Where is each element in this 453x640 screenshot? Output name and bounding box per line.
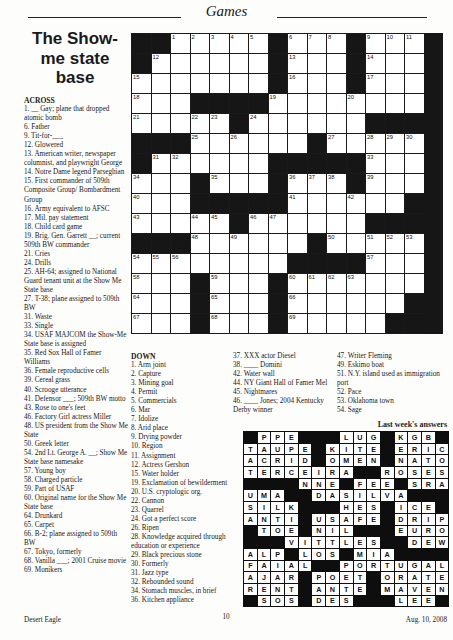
grid-cell-r13c2[interactable] <box>152 274 171 293</box>
grid-cell-r15c11[interactable] <box>327 314 346 333</box>
grid-cell-r7c7[interactable] <box>249 154 268 173</box>
grid-cell-r5c3[interactable] <box>171 114 190 133</box>
grid-black-cell <box>171 134 190 153</box>
grid-cell-r14c14[interactable] <box>386 294 405 313</box>
grid-black-cell <box>347 74 366 93</box>
grid-cell-r6c15[interactable]: 30 <box>405 134 424 153</box>
across-clue: 67. Tokyo, formerly <box>24 548 128 557</box>
grid-cell-r7c5[interactable] <box>210 154 229 173</box>
across-clue: 13. American writer, newspaper columnist… <box>24 150 128 168</box>
grid-cell-r5c11[interactable] <box>327 114 346 133</box>
answer-letter-cell: N <box>395 455 408 466</box>
grid-cell-r3c5[interactable] <box>210 74 229 93</box>
down-clue: 45. Nightmares <box>233 388 341 397</box>
grid-cell-r3c15[interactable] <box>405 74 424 93</box>
grid-cell-r10c5[interactable]: 45 <box>210 214 229 233</box>
grid-cell-r13c6[interactable] <box>230 274 249 293</box>
across-clue: 19. Brig. Gen. Garrett __; current 509th… <box>24 232 128 250</box>
across-clue: 65. Carpet <box>24 521 128 530</box>
grid-cell-r6c9[interactable] <box>288 134 307 153</box>
grid-cell-r13c1[interactable]: 58 <box>132 274 151 293</box>
grid-cell-r8c14[interactable] <box>386 174 405 193</box>
answer-black-cell <box>312 455 325 466</box>
grid-cell-r10c11[interactable] <box>327 214 346 233</box>
grid-cell-r15c12[interactable] <box>347 314 366 333</box>
answer-black-cell <box>340 479 353 490</box>
grid-cell-r14c9[interactable]: 66 <box>288 294 307 313</box>
grid-cell-r8c13[interactable]: 39 <box>366 174 385 193</box>
puzzle-title-line: me state <box>20 49 130 69</box>
answer-black-cell <box>312 561 325 572</box>
grid-cell-r14c6[interactable] <box>230 294 249 313</box>
grid-cell-r8c2[interactable] <box>152 174 171 193</box>
answer-letter-cell: I <box>312 467 325 478</box>
grid-cell-r2c13[interactable]: 14 <box>366 54 385 73</box>
grid-cell-r15c10[interactable] <box>308 314 327 333</box>
answer-letter-cell: M <box>381 584 394 595</box>
grid-cell-r6c5[interactable] <box>210 134 229 153</box>
answer-letter-cell: A <box>395 490 408 501</box>
grid-cell-r14c13[interactable] <box>366 294 385 313</box>
grid-cell-r4c9[interactable] <box>288 94 307 113</box>
answer-black-cell <box>367 526 380 537</box>
answer-black-cell <box>436 490 449 501</box>
grid-cell-r2c10[interactable] <box>308 54 327 73</box>
clue-number: 5 <box>250 34 253 41</box>
answer-black-cell <box>381 502 394 513</box>
clue-number: 1 <box>172 34 175 41</box>
clue-number: 23 <box>211 114 217 121</box>
clue-number: 27 <box>328 134 334 141</box>
grid-cell-r7c14[interactable] <box>386 154 405 173</box>
down-clue: 9. Drying powder <box>131 433 230 442</box>
grid-cell-r14c11[interactable] <box>327 294 346 313</box>
grid-cell-r14c7[interactable] <box>249 294 268 313</box>
grid-cell-r5c7[interactable]: 24 <box>249 114 268 133</box>
grid-cell-r3c9[interactable]: 16 <box>288 74 307 93</box>
clue-number: 17 <box>367 74 373 81</box>
answer-letter-cell: L <box>299 549 312 560</box>
answer-letter-cell: I <box>395 502 408 513</box>
clue-number: 47 <box>270 214 276 221</box>
grid-cell-r1c11[interactable]: 8 <box>327 34 346 53</box>
grid-black-cell <box>405 114 424 133</box>
grid-cell-r10c2[interactable] <box>152 214 171 233</box>
grid-cell-r14c10[interactable] <box>308 294 327 313</box>
grid-cell-r11c7[interactable] <box>249 234 268 253</box>
grid-black-cell <box>347 254 366 273</box>
grid-cell-r2c5[interactable] <box>210 54 229 73</box>
grid-cell-r12c5[interactable] <box>210 254 229 273</box>
answer-letter-cell: L <box>340 432 353 443</box>
answer-letter-cell: D <box>395 514 408 525</box>
across-clue: 33. Single <box>24 322 128 331</box>
grid-black-cell <box>347 34 366 53</box>
across-clue: 66. B-2; plane assigned to 509th BW <box>24 530 128 548</box>
answer-letter-cell: E <box>436 572 449 583</box>
grid-cell-r3c13[interactable]: 17 <box>366 74 385 93</box>
grid-cell-r5c9[interactable] <box>288 114 307 133</box>
grid-black-cell <box>191 294 210 313</box>
grid-black-cell <box>288 154 307 173</box>
grid-cell-r12c3[interactable]: 56 <box>171 254 190 273</box>
answer-letter-cell: T <box>312 537 325 548</box>
answer-letter-cell: I <box>422 514 435 525</box>
grid-right-border-strip <box>424 33 443 334</box>
grid-cell-r5c2[interactable] <box>152 114 171 133</box>
grid-cell-r7c15[interactable] <box>405 154 424 173</box>
grid-cell-r7c2[interactable]: 31 <box>152 154 171 173</box>
grid-cell-r3c4[interactable] <box>191 74 210 93</box>
grid-cell-r2c3[interactable] <box>171 54 190 73</box>
grid-cell-r9c1[interactable]: 40 <box>132 194 151 213</box>
clue-number: 43 <box>133 214 139 221</box>
across-clue: 6. Father <box>24 123 128 132</box>
grid-black-cell <box>191 314 210 333</box>
grid-cell-r1c9[interactable]: 6 <box>288 34 307 53</box>
grid-cell-r1c14[interactable]: 10 <box>386 34 405 53</box>
grid-cell-r2c9[interactable]: 13 <box>288 54 307 73</box>
grid-cell-r12c7[interactable] <box>249 254 268 273</box>
answer-black-cell <box>367 467 380 478</box>
down-clue: 22. Cannon <box>131 497 230 506</box>
grid-cell-r13c3[interactable] <box>171 274 190 293</box>
answer-letter-cell: O <box>326 572 339 583</box>
grid-cell-r5c10[interactable] <box>308 114 327 133</box>
header-rule-right <box>277 17 427 18</box>
grid-cell-r15c2[interactable] <box>152 314 171 333</box>
grid-cell-r3c2[interactable] <box>152 74 171 93</box>
grid-cell-r8c6[interactable] <box>230 174 249 193</box>
grid-cell-r7c3[interactable]: 32 <box>171 154 190 173</box>
grid-black-cell <box>132 34 151 53</box>
grid-cell-r12c2[interactable]: 55 <box>152 254 171 273</box>
answer-letter-cell: A <box>436 479 449 490</box>
grid-cell-r1c7[interactable]: 5 <box>249 34 268 53</box>
crossword-grid: 1234567891011121314151617181920212223242… <box>131 33 425 334</box>
grid-cell-r15c6[interactable] <box>230 314 249 333</box>
grid-cell-r8c10[interactable]: 37 <box>308 174 327 193</box>
answer-letter-cell: P <box>285 444 298 455</box>
answer-letter-cell: T <box>354 444 367 455</box>
grid-cell-r11c6[interactable]: 49 <box>230 234 249 253</box>
grid-cell-r3c7[interactable] <box>249 74 268 93</box>
grid-cell-r13c9[interactable]: 60 <box>288 274 307 293</box>
grid-cell-r13c14[interactable] <box>386 274 405 293</box>
footer-page-number: 10 <box>216 613 236 621</box>
answer-letter-cell: C <box>408 502 421 513</box>
grid-cell-r4c10[interactable] <box>308 94 327 113</box>
answer-black-cell <box>422 490 435 501</box>
grid-cell-r3c6[interactable] <box>230 74 249 93</box>
grid-cell-r6c4[interactable]: 25 <box>191 134 210 153</box>
answer-letter-cell: R <box>395 572 408 583</box>
grid-cell-r1c13[interactable]: 9 <box>366 34 385 53</box>
answer-letter-cell: A <box>271 572 284 583</box>
grid-cell-r10c7[interactable]: 46 <box>249 214 268 233</box>
grid-cell-r2c4[interactable] <box>191 54 210 73</box>
grid-cell-r4c1[interactable]: 18 <box>132 94 151 113</box>
grid-cell-r1c15[interactable]: 11 <box>405 34 424 53</box>
down-clue-list-col1: DOWN 1. Arm joint2. Capture3. Mining goa… <box>131 352 230 605</box>
grid-cell-r6c12[interactable] <box>347 134 366 153</box>
grid-cell-r8c3[interactable] <box>171 174 190 193</box>
grid-cell-r3c11[interactable] <box>327 74 346 93</box>
grid-cell-r7c4[interactable] <box>191 154 210 173</box>
grid-cell-r11c13[interactable]: 51 <box>366 234 385 253</box>
grid-cell-r15c7[interactable] <box>249 314 268 333</box>
down-clue: 10. Region <box>131 442 230 451</box>
grid-cell-r13c10[interactable]: 61 <box>308 274 327 293</box>
grid-cell-r14c5[interactable]: 65 <box>210 294 229 313</box>
grid-cell-r13c13[interactable] <box>366 274 385 293</box>
grid-cell-r4c2[interactable] <box>152 94 171 113</box>
grid-cell-r2c2[interactable]: 12 <box>152 54 171 73</box>
grid-cell-r3c1[interactable]: 15 <box>132 74 151 93</box>
answer-letter-cell: S <box>244 502 257 513</box>
grid-cell-r2c14[interactable] <box>386 54 405 73</box>
grid-cell-r9c9[interactable]: 41 <box>288 194 307 213</box>
grid-cell-r14c1[interactable]: 64 <box>132 294 151 313</box>
clue-number: 32 <box>172 154 178 161</box>
answer-black-cell <box>285 479 298 490</box>
answer-letter-cell: P <box>312 572 325 583</box>
answer-letter-cell: K <box>285 502 298 513</box>
grid-cell-r11c11[interactable]: 50 <box>327 234 346 253</box>
grid-cell-r2c15[interactable] <box>405 54 424 73</box>
grid-cell-r5c8[interactable] <box>269 114 288 133</box>
answer-letter-cell: A <box>271 490 284 501</box>
grid-cell-r1c10[interactable]: 7 <box>308 34 327 53</box>
answer-letter-cell: N <box>271 584 284 595</box>
answer-black-cell <box>436 432 449 443</box>
down-clue: 38. ____ Domini <box>233 361 341 370</box>
answer-letter-cell: E <box>422 537 435 548</box>
grid-cell-r10c8[interactable]: 47 <box>269 214 288 233</box>
grid-cell-r15c1[interactable]: 67 <box>132 314 151 333</box>
grid-cell-r13c15[interactable] <box>405 274 424 293</box>
answer-letter-cell: A <box>408 572 421 583</box>
grid-cell-r1c3[interactable]: 1 <box>171 34 190 53</box>
answer-black-cell <box>408 549 421 560</box>
answer-letter-cell: S <box>367 537 380 548</box>
answer-letter-cell: E <box>354 502 367 513</box>
answer-letter-cell: P <box>258 432 271 443</box>
answer-black-cell <box>244 526 257 537</box>
grid-cell-r11c4[interactable]: 48 <box>191 234 210 253</box>
grid-cell-r10c4[interactable]: 44 <box>191 214 210 233</box>
grid-cell-r3c10[interactable] <box>308 74 327 93</box>
across-clue: 17. Mil. pay statement <box>24 214 128 223</box>
grid-cell-r13c5[interactable]: 59 <box>210 274 229 293</box>
grid-cell-r9c14[interactable] <box>386 194 405 213</box>
grid-cell-r11c9[interactable] <box>288 234 307 253</box>
grid-black-cell <box>269 154 288 173</box>
answer-letter-cell: G <box>408 561 421 572</box>
grid-cell-r9c3[interactable] <box>171 194 190 213</box>
grid-cell-r11c14[interactable]: 52 <box>386 234 405 253</box>
grid-cell-r5c12[interactable] <box>347 114 366 133</box>
grid-cell-r9c12[interactable]: 42 <box>347 194 366 213</box>
grid-cell-r1c6[interactable]: 4 <box>230 34 249 53</box>
answer-letter-cell: S <box>436 467 449 478</box>
answer-letter-cell: R <box>367 561 380 572</box>
grid-cell-r13c12[interactable]: 63 <box>347 274 366 293</box>
grid-cell-r11c15[interactable]: 53 <box>405 234 424 253</box>
answer-black-cell <box>299 584 312 595</box>
grid-cell-r9c10[interactable] <box>308 194 327 213</box>
grid-cell-r6c8[interactable] <box>269 134 288 153</box>
answer-black-cell <box>244 596 257 607</box>
answer-letter-cell: A <box>395 584 408 595</box>
grid-cell-r9c2[interactable] <box>152 194 171 213</box>
grid-black-cell <box>366 114 385 133</box>
grid-black-cell <box>269 294 288 313</box>
grid-cell-r14c2[interactable] <box>152 294 171 313</box>
clue-number: 34 <box>133 174 139 181</box>
grid-cell-r4c13[interactable] <box>366 94 385 113</box>
grid-cell-r8c5[interactable]: 35 <box>210 174 229 193</box>
grid-cell-r10c1[interactable]: 43 <box>132 214 151 233</box>
grid-cell-r5c5[interactable]: 23 <box>210 114 229 133</box>
down-clue: 49. Eskimo boat <box>337 361 449 370</box>
clue-number: 61 <box>309 274 315 281</box>
grid-cell-r6c7[interactable] <box>249 134 268 153</box>
grid-cell-r8c11[interactable]: 38 <box>327 174 346 193</box>
grid-black-cell <box>249 194 268 213</box>
answer-letter-cell: O <box>354 561 367 572</box>
grid-cell-r12c15[interactable] <box>405 254 424 273</box>
answer-letter-cell: E <box>367 444 380 455</box>
answer-letter-cell: A <box>258 444 271 455</box>
answer-letter-cell: O <box>436 455 449 466</box>
grid-cell-r4c15[interactable] <box>405 94 424 113</box>
grid-black-cell <box>269 174 288 193</box>
answer-letter-cell: P <box>271 549 284 560</box>
down-clue: 5. Commercials <box>131 397 230 406</box>
grid-cell-r4c12[interactable]: 20 <box>347 94 366 113</box>
grid-cell-r4c14[interactable] <box>386 94 405 113</box>
answer-letter-cell: O <box>381 572 394 583</box>
down-clue: 37. XXX actor Diesel <box>233 352 341 361</box>
grid-cell-r15c9[interactable]: 69 <box>288 314 307 333</box>
grid-cell-r4c8[interactable]: 19 <box>269 94 288 113</box>
grid-cell-r4c11[interactable] <box>327 94 346 113</box>
across-clue: 39. Cereal grass <box>24 376 128 385</box>
grid-cell-r8c9[interactable]: 36 <box>288 174 307 193</box>
grid-cell-r6c13[interactable]: 28 <box>366 134 385 153</box>
grid-cell-r12c8[interactable] <box>269 254 288 273</box>
down-clue: 11. Assignment <box>131 452 230 461</box>
answer-letter-cell: S <box>326 549 339 560</box>
grid-black-cell <box>269 74 288 93</box>
grid-cell-r2c11[interactable] <box>327 54 346 73</box>
grid-cell-r7c13[interactable]: 33 <box>366 154 385 173</box>
answer-letter-cell: E <box>367 479 380 490</box>
grid-cell-r14c12[interactable] <box>347 294 366 313</box>
answer-letter-cell: S <box>258 596 271 607</box>
grid-cell-r15c3[interactable] <box>171 314 190 333</box>
answer-letter-cell: L <box>340 526 353 537</box>
grid-cell-r10c9[interactable] <box>288 214 307 233</box>
grid-cell-r3c3[interactable] <box>171 74 190 93</box>
grid-cell-r11c12[interactable] <box>347 234 366 253</box>
grid-cell-r12c1[interactable]: 54 <box>132 254 151 273</box>
grid-cell-r5c1[interactable]: 21 <box>132 114 151 133</box>
clue-number: 60 <box>289 274 295 281</box>
answer-letter-cell: U <box>244 490 257 501</box>
answer-letter-cell: S <box>408 467 421 478</box>
answer-letter-cell: G <box>367 432 380 443</box>
grid-cell-r8c15[interactable] <box>405 174 424 193</box>
grid-cell-r9c11[interactable] <box>327 194 346 213</box>
grid-cell-r6c14[interactable]: 29 <box>386 134 405 153</box>
grid-cell-r12c13[interactable]: 57 <box>366 254 385 273</box>
grid-cell-r4c3[interactable] <box>171 94 190 113</box>
grid-cell-r1c5[interactable]: 3 <box>210 34 229 53</box>
grid-cell-r8c1[interactable]: 34 <box>132 174 151 193</box>
clue-number: 8 <box>328 34 331 41</box>
grid-cell-r12c14[interactable] <box>386 254 405 273</box>
grid-black-cell <box>405 214 424 233</box>
grid-cell-r11c5[interactable] <box>210 234 229 253</box>
answer-black-cell <box>244 537 257 548</box>
grid-cell-r5c4[interactable]: 22 <box>191 114 210 133</box>
clue-number: 3 <box>211 34 214 41</box>
grid-cell-r3c14[interactable] <box>386 74 405 93</box>
grid-cell-r6c6[interactable]: 26 <box>230 134 249 153</box>
grid-cell-r14c3[interactable] <box>171 294 190 313</box>
grid-cell-r6c11[interactable]: 27 <box>327 134 346 153</box>
grid-cell-r15c5[interactable]: 68 <box>210 314 229 333</box>
answer-letter-cell: I <box>285 455 298 466</box>
answer-black-cell <box>244 479 257 490</box>
across-clue: 31. Waste <box>24 313 128 322</box>
down-clue: 19. Exclamation of bewilderment <box>131 479 230 488</box>
grid-cell-r10c12[interactable] <box>347 214 366 233</box>
grid-cell-r1c4[interactable]: 2 <box>191 34 210 53</box>
answer-letter-cell: E <box>422 467 435 478</box>
grid-cell-r13c11[interactable]: 62 <box>327 274 346 293</box>
grid-cell-r15c13[interactable] <box>366 314 385 333</box>
grid-cell-r13c7[interactable] <box>249 274 268 293</box>
answer-letter-cell: T <box>422 455 435 466</box>
grid-cell-r12c4[interactable] <box>191 254 210 273</box>
grid-black-cell <box>171 234 190 253</box>
grid-cell-r11c8[interactable] <box>269 234 288 253</box>
answer-black-cell <box>381 537 394 548</box>
down-clue: 23. Quarrel <box>131 506 230 515</box>
grid-cell-r12c6[interactable] <box>230 254 249 273</box>
grid-cell-r10c10[interactable] <box>308 214 327 233</box>
down-clue: 3. Mining goal <box>131 379 230 388</box>
grid-cell-r8c7[interactable] <box>249 174 268 193</box>
answer-letter-cell: M <box>340 455 353 466</box>
answer-black-cell <box>381 514 394 525</box>
answer-black-cell <box>381 432 394 443</box>
grid-cell-r7c6[interactable] <box>230 154 249 173</box>
grid-cell-r10c3[interactable] <box>171 214 190 233</box>
answer-letter-cell: L <box>340 537 353 548</box>
clue-number: 9 <box>367 34 370 41</box>
clue-number: 12 <box>153 54 159 61</box>
grid-cell-r2c7[interactable] <box>249 54 268 73</box>
grid-cell-r9c13[interactable] <box>366 194 385 213</box>
grid-cell-r2c6[interactable] <box>230 54 249 73</box>
clue-number: 19 <box>270 94 276 101</box>
answer-letter-cell: A <box>381 549 394 560</box>
answer-letter-cell: R <box>422 479 435 490</box>
